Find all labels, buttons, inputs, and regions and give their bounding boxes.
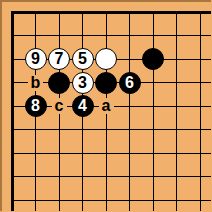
black-stone-move-4: 4: [72, 95, 94, 117]
board-edge-line-horizontal: [11, 11, 212, 14]
grid-line-horizontal: [11, 176, 212, 177]
board-edge-line-vertical: [11, 11, 14, 212]
move-number: 5: [78, 51, 87, 67]
white-stone-move-7: 7: [48, 48, 70, 70]
point-label-b: b: [28, 75, 43, 91]
grid-line-vertical: [176, 11, 177, 212]
move-number: 7: [55, 51, 64, 67]
grid-line-vertical: [129, 11, 130, 212]
point-label-c: c: [52, 98, 67, 114]
white-stone-move-3: 3: [72, 72, 94, 94]
white-stone-move-5: 5: [72, 48, 94, 70]
board-frame-left-edge: [0, 0, 2, 211]
grid-line-vertical: [153, 11, 154, 212]
move-number: 9: [31, 51, 40, 67]
point-label-a: a: [99, 98, 114, 114]
go-board-diagram: 9753684 bca: [0, 0, 211, 211]
board-frame-top-edge: [0, 0, 211, 2]
grid-line-horizontal: [11, 35, 212, 36]
move-number: 8: [31, 98, 40, 114]
grid-line-horizontal: [11, 200, 212, 201]
white-stone: [95, 48, 117, 70]
grid-line-vertical: [200, 11, 201, 212]
black-stone: [48, 72, 70, 94]
move-number: 3: [78, 75, 87, 91]
grid-line-horizontal: [11, 153, 212, 154]
black-stone-move-6: 6: [119, 72, 141, 94]
black-stone: [142, 48, 164, 70]
move-number: 4: [78, 98, 87, 114]
move-number: 6: [125, 75, 134, 91]
grid-line-horizontal: [11, 129, 212, 130]
white-stone-move-9: 9: [25, 48, 47, 70]
black-stone: [95, 72, 117, 94]
black-stone-move-8: 8: [25, 95, 47, 117]
